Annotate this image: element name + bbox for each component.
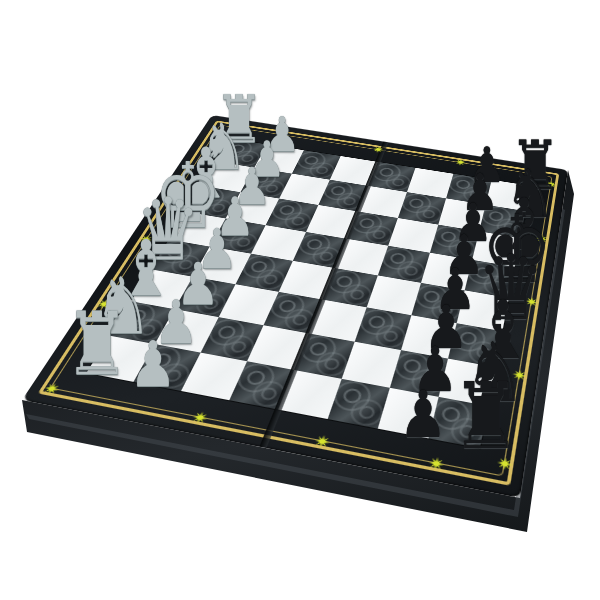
star-decoration — [428, 456, 446, 472]
star-decoration — [190, 410, 209, 424]
star-decoration — [545, 180, 557, 188]
chess-set-product-photo: ♜♟♟♜♞♟♟♞♝♟♟♝♚♟♟♚♛♟♟♛♝♟♟♝♞♟♟♞♜♟♟♜ — [0, 0, 600, 600]
star-decoration — [138, 234, 155, 244]
star-decoration — [536, 234, 549, 244]
star-decoration — [454, 158, 466, 166]
star-decoration — [95, 298, 113, 310]
checkerboard — [86, 139, 530, 448]
star-decoration — [496, 456, 513, 471]
star-decoration — [313, 434, 331, 449]
star-decoration — [512, 369, 527, 382]
square — [429, 397, 489, 448]
star-decoration — [42, 382, 62, 396]
star-decoration — [525, 296, 539, 307]
